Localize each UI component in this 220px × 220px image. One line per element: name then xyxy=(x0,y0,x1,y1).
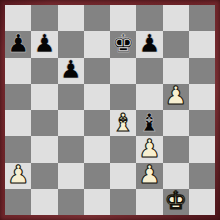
square-b4[interactable] xyxy=(31,110,57,136)
square-h6[interactable] xyxy=(189,58,215,84)
square-h8[interactable] xyxy=(189,5,215,31)
square-b1[interactable] xyxy=(31,189,57,215)
square-c6[interactable]: ♟ xyxy=(58,58,84,84)
white-pawn[interactable]: ♟ xyxy=(138,136,160,161)
square-c5[interactable] xyxy=(58,84,84,110)
square-a4[interactable] xyxy=(5,110,31,136)
square-g8[interactable] xyxy=(163,5,189,31)
square-f6[interactable] xyxy=(136,58,162,84)
square-h1[interactable] xyxy=(189,189,215,215)
square-f1[interactable] xyxy=(136,189,162,215)
square-a8[interactable] xyxy=(5,5,31,31)
square-e6[interactable] xyxy=(110,58,136,84)
square-f4[interactable]: ♝ xyxy=(136,110,162,136)
white-king[interactable]: ♚ xyxy=(164,189,186,214)
square-f8[interactable] xyxy=(136,5,162,31)
square-d8[interactable] xyxy=(84,5,110,31)
black-pawn[interactable]: ♟ xyxy=(33,31,55,56)
square-e8[interactable] xyxy=(110,5,136,31)
square-e2[interactable] xyxy=(110,163,136,189)
square-b7[interactable]: ♟ xyxy=(31,31,57,57)
square-b3[interactable] xyxy=(31,136,57,162)
square-g5[interactable]: ♟ xyxy=(163,84,189,110)
square-a6[interactable] xyxy=(5,58,31,84)
square-g4[interactable] xyxy=(163,110,189,136)
white-bishop[interactable]: ♝ xyxy=(112,110,134,135)
square-e1[interactable] xyxy=(110,189,136,215)
square-b6[interactable] xyxy=(31,58,57,84)
square-h4[interactable] xyxy=(189,110,215,136)
square-c2[interactable] xyxy=(58,163,84,189)
square-e4[interactable]: ♝ xyxy=(110,110,136,136)
square-d4[interactable] xyxy=(84,110,110,136)
square-d6[interactable] xyxy=(84,58,110,84)
square-g7[interactable] xyxy=(163,31,189,57)
square-b2[interactable] xyxy=(31,163,57,189)
square-c1[interactable] xyxy=(58,189,84,215)
black-pawn[interactable]: ♟ xyxy=(7,31,29,56)
square-g3[interactable] xyxy=(163,136,189,162)
chess-board: ♟♟♚♟♟♟♝♝♟♟♟♚ xyxy=(5,5,215,215)
square-h3[interactable] xyxy=(189,136,215,162)
square-d7[interactable] xyxy=(84,31,110,57)
square-d3[interactable] xyxy=(84,136,110,162)
square-g6[interactable] xyxy=(163,58,189,84)
black-pawn[interactable]: ♟ xyxy=(59,58,81,83)
square-e7[interactable]: ♚ xyxy=(110,31,136,57)
square-b5[interactable] xyxy=(31,84,57,110)
white-pawn[interactable]: ♟ xyxy=(164,84,186,109)
square-f2[interactable]: ♟ xyxy=(136,163,162,189)
black-bishop[interactable]: ♝ xyxy=(138,110,160,135)
square-c7[interactable] xyxy=(58,31,84,57)
square-d5[interactable] xyxy=(84,84,110,110)
white-pawn[interactable]: ♟ xyxy=(7,163,29,188)
square-c4[interactable] xyxy=(58,110,84,136)
square-d1[interactable] xyxy=(84,189,110,215)
square-c8[interactable] xyxy=(58,5,84,31)
square-g1[interactable]: ♚ xyxy=(163,189,189,215)
square-a7[interactable]: ♟ xyxy=(5,31,31,57)
square-f3[interactable]: ♟ xyxy=(136,136,162,162)
square-a5[interactable] xyxy=(5,84,31,110)
square-a3[interactable] xyxy=(5,136,31,162)
square-f7[interactable]: ♟ xyxy=(136,31,162,57)
square-a2[interactable]: ♟ xyxy=(5,163,31,189)
square-c3[interactable] xyxy=(58,136,84,162)
square-h7[interactable] xyxy=(189,31,215,57)
board-frame: ♟♟♚♟♟♟♝♝♟♟♟♚ xyxy=(0,0,220,220)
square-a1[interactable] xyxy=(5,189,31,215)
white-pawn[interactable]: ♟ xyxy=(138,163,160,188)
square-e5[interactable] xyxy=(110,84,136,110)
square-g2[interactable] xyxy=(163,163,189,189)
square-b8[interactable] xyxy=(31,5,57,31)
square-f5[interactable] xyxy=(136,84,162,110)
square-e3[interactable] xyxy=(110,136,136,162)
black-pawn[interactable]: ♟ xyxy=(138,31,160,56)
black-king[interactable]: ♚ xyxy=(112,31,134,56)
square-h2[interactable] xyxy=(189,163,215,189)
square-h5[interactable] xyxy=(189,84,215,110)
square-d2[interactable] xyxy=(84,163,110,189)
